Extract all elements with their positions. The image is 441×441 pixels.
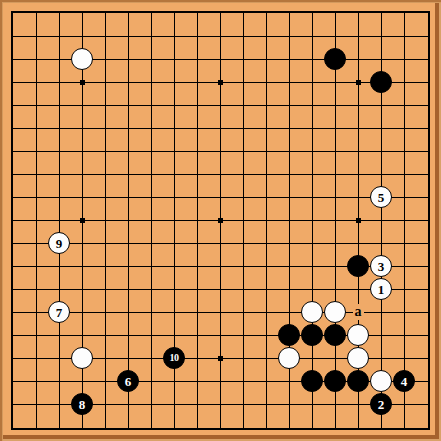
intersection <box>209 255 232 278</box>
intersection <box>140 370 163 393</box>
intersection <box>324 278 347 301</box>
stone-black <box>301 324 323 346</box>
intersection <box>347 278 370 301</box>
intersection <box>117 209 140 232</box>
intersection <box>278 2 301 25</box>
intersection <box>25 393 48 416</box>
intersection <box>301 278 324 301</box>
intersection <box>370 370 393 393</box>
intersection <box>255 370 278 393</box>
intersection <box>347 186 370 209</box>
move-number: 4 <box>401 375 408 388</box>
intersection <box>209 163 232 186</box>
intersection: 10 <box>163 347 186 370</box>
intersection <box>347 117 370 140</box>
intersection <box>140 117 163 140</box>
intersection <box>324 25 347 48</box>
intersection <box>255 25 278 48</box>
intersection <box>301 370 324 393</box>
intersection <box>324 393 347 416</box>
intersection <box>48 25 71 48</box>
intersection <box>117 416 140 439</box>
intersection <box>393 393 416 416</box>
intersection <box>416 370 439 393</box>
intersection <box>186 140 209 163</box>
intersection <box>94 163 117 186</box>
intersection <box>186 301 209 324</box>
intersection <box>416 255 439 278</box>
intersection <box>232 416 255 439</box>
intersection <box>163 140 186 163</box>
intersection <box>232 232 255 255</box>
stone-white-move-9: 9 <box>48 232 70 254</box>
intersection <box>370 347 393 370</box>
intersection <box>140 71 163 94</box>
intersection <box>186 209 209 232</box>
intersection <box>186 370 209 393</box>
point-label-a: a <box>353 304 364 320</box>
intersection <box>232 278 255 301</box>
intersection <box>255 140 278 163</box>
intersection <box>278 186 301 209</box>
go-diagram: 59317a106482 <box>0 0 441 441</box>
intersection: 7 <box>48 301 71 324</box>
intersection <box>2 117 25 140</box>
intersection <box>94 2 117 25</box>
intersection <box>25 94 48 117</box>
intersection <box>209 301 232 324</box>
intersection <box>347 255 370 278</box>
intersection <box>117 301 140 324</box>
intersection <box>347 163 370 186</box>
intersection <box>71 25 94 48</box>
intersection <box>370 163 393 186</box>
intersection <box>370 71 393 94</box>
intersection <box>117 393 140 416</box>
intersection <box>255 117 278 140</box>
stone-white <box>347 324 369 346</box>
intersection <box>186 255 209 278</box>
intersection <box>209 278 232 301</box>
intersection <box>163 255 186 278</box>
intersection <box>232 347 255 370</box>
intersection <box>25 301 48 324</box>
intersection <box>117 163 140 186</box>
intersection <box>2 324 25 347</box>
intersection <box>25 347 48 370</box>
intersection <box>48 163 71 186</box>
intersection <box>71 117 94 140</box>
intersection <box>416 48 439 71</box>
intersection <box>416 416 439 439</box>
intersection <box>255 186 278 209</box>
intersection <box>255 255 278 278</box>
intersection <box>324 255 347 278</box>
intersection <box>324 416 347 439</box>
intersection <box>140 278 163 301</box>
intersection <box>278 393 301 416</box>
intersection <box>324 140 347 163</box>
intersection <box>48 71 71 94</box>
intersection <box>393 71 416 94</box>
intersection <box>278 416 301 439</box>
intersection <box>232 48 255 71</box>
intersection <box>232 255 255 278</box>
intersection <box>301 324 324 347</box>
intersection <box>25 140 48 163</box>
intersection <box>232 209 255 232</box>
intersection <box>301 209 324 232</box>
intersection <box>48 370 71 393</box>
intersection <box>186 117 209 140</box>
intersection <box>232 2 255 25</box>
intersection <box>278 94 301 117</box>
intersection <box>48 278 71 301</box>
intersection <box>2 278 25 301</box>
intersection <box>301 25 324 48</box>
intersection <box>416 232 439 255</box>
intersection <box>347 25 370 48</box>
intersection <box>278 301 301 324</box>
intersection <box>393 324 416 347</box>
intersection <box>48 393 71 416</box>
intersection <box>416 117 439 140</box>
intersection <box>186 163 209 186</box>
intersection <box>25 2 48 25</box>
intersection <box>25 71 48 94</box>
stone-white <box>71 48 93 70</box>
intersection <box>278 25 301 48</box>
move-number: 1 <box>378 283 385 296</box>
intersection <box>48 140 71 163</box>
intersection <box>2 163 25 186</box>
intersection <box>416 163 439 186</box>
stone-white <box>71 347 93 369</box>
intersection <box>25 25 48 48</box>
intersection <box>393 140 416 163</box>
intersection <box>255 278 278 301</box>
intersection <box>117 186 140 209</box>
intersection <box>255 232 278 255</box>
intersection <box>209 48 232 71</box>
intersection <box>255 416 278 439</box>
intersection <box>117 2 140 25</box>
intersection: 9 <box>48 232 71 255</box>
intersection <box>255 2 278 25</box>
intersection <box>301 186 324 209</box>
intersection <box>2 71 25 94</box>
intersection <box>25 232 48 255</box>
intersection: 1 <box>370 278 393 301</box>
stone-black <box>347 255 369 277</box>
intersection <box>140 416 163 439</box>
intersection <box>370 94 393 117</box>
intersection <box>232 140 255 163</box>
intersection <box>324 209 347 232</box>
stone-black <box>301 370 323 392</box>
intersection <box>2 186 25 209</box>
stone-black-move-6: 6 <box>117 370 139 392</box>
intersection <box>324 117 347 140</box>
intersection <box>278 163 301 186</box>
stone-black-move-2: 2 <box>370 393 392 415</box>
intersection <box>25 48 48 71</box>
intersection <box>232 94 255 117</box>
intersection <box>324 324 347 347</box>
intersection <box>2 370 25 393</box>
move-number: 8 <box>79 398 86 411</box>
intersection <box>416 347 439 370</box>
intersection <box>209 94 232 117</box>
intersection <box>278 278 301 301</box>
intersection <box>25 324 48 347</box>
intersection <box>370 117 393 140</box>
intersection <box>48 324 71 347</box>
intersection <box>255 94 278 117</box>
intersection <box>71 140 94 163</box>
intersection <box>301 393 324 416</box>
intersection <box>209 416 232 439</box>
intersection <box>25 117 48 140</box>
intersection <box>71 416 94 439</box>
intersection <box>209 232 232 255</box>
intersection <box>94 140 117 163</box>
stone-white <box>324 301 346 323</box>
intersection <box>48 209 71 232</box>
intersection <box>71 324 94 347</box>
intersection <box>232 186 255 209</box>
intersection <box>186 25 209 48</box>
intersection <box>278 71 301 94</box>
intersection <box>94 117 117 140</box>
intersection <box>117 347 140 370</box>
intersection <box>255 324 278 347</box>
intersection <box>393 2 416 25</box>
intersection <box>163 94 186 117</box>
intersection <box>2 140 25 163</box>
intersection <box>94 71 117 94</box>
intersection <box>255 163 278 186</box>
intersection <box>370 209 393 232</box>
intersection <box>117 255 140 278</box>
intersection <box>25 278 48 301</box>
intersection <box>94 186 117 209</box>
intersection <box>163 186 186 209</box>
intersection <box>186 186 209 209</box>
intersection <box>2 255 25 278</box>
intersection <box>393 278 416 301</box>
intersection <box>186 278 209 301</box>
intersection <box>416 301 439 324</box>
intersection <box>324 347 347 370</box>
intersection <box>140 48 163 71</box>
intersection <box>117 94 140 117</box>
intersection <box>163 370 186 393</box>
intersection <box>25 416 48 439</box>
intersection <box>324 186 347 209</box>
intersection <box>48 94 71 117</box>
intersection <box>255 209 278 232</box>
intersection <box>71 301 94 324</box>
intersection <box>94 25 117 48</box>
intersection <box>2 416 25 439</box>
intersection <box>347 232 370 255</box>
intersection <box>232 25 255 48</box>
intersection <box>301 301 324 324</box>
intersection <box>94 347 117 370</box>
intersection <box>186 48 209 71</box>
intersection <box>71 278 94 301</box>
intersection: 4 <box>393 370 416 393</box>
go-board: 59317a106482 <box>0 0 441 441</box>
intersection <box>71 186 94 209</box>
intersection <box>232 324 255 347</box>
intersection <box>324 2 347 25</box>
intersection <box>2 301 25 324</box>
intersection <box>117 278 140 301</box>
intersection <box>163 163 186 186</box>
intersection <box>324 94 347 117</box>
intersection <box>71 48 94 71</box>
intersection <box>347 393 370 416</box>
intersection: 6 <box>117 370 140 393</box>
intersection <box>94 255 117 278</box>
intersection <box>324 232 347 255</box>
intersection <box>393 186 416 209</box>
intersection <box>301 140 324 163</box>
intersection <box>94 370 117 393</box>
intersection <box>232 117 255 140</box>
intersection <box>48 2 71 25</box>
stone-black <box>278 324 300 346</box>
intersection <box>301 232 324 255</box>
stone-black <box>370 71 392 93</box>
intersection <box>25 186 48 209</box>
intersection <box>324 301 347 324</box>
intersection <box>71 347 94 370</box>
intersection: 3 <box>370 255 393 278</box>
stone-white-move-7: 7 <box>48 301 70 323</box>
intersection <box>71 209 94 232</box>
intersection <box>324 370 347 393</box>
intersection <box>163 393 186 416</box>
intersection <box>209 71 232 94</box>
intersection <box>163 416 186 439</box>
stone-white-move-5: 5 <box>370 186 392 208</box>
intersection <box>2 25 25 48</box>
intersection <box>140 255 163 278</box>
intersection <box>347 209 370 232</box>
intersection <box>2 48 25 71</box>
move-number: 7 <box>56 306 63 319</box>
intersection <box>370 140 393 163</box>
intersection <box>140 393 163 416</box>
intersection <box>140 209 163 232</box>
intersection <box>186 232 209 255</box>
intersection <box>71 370 94 393</box>
intersection <box>25 163 48 186</box>
intersection <box>301 2 324 25</box>
intersection <box>347 370 370 393</box>
intersection <box>25 209 48 232</box>
intersection <box>232 301 255 324</box>
intersection <box>94 393 117 416</box>
intersection <box>301 255 324 278</box>
stone-white <box>301 301 323 323</box>
intersection <box>301 117 324 140</box>
intersection <box>209 347 232 370</box>
intersection <box>232 370 255 393</box>
intersection <box>140 232 163 255</box>
intersection <box>71 163 94 186</box>
intersection <box>301 163 324 186</box>
intersection <box>255 48 278 71</box>
intersection <box>347 2 370 25</box>
intersection <box>94 209 117 232</box>
intersection <box>416 393 439 416</box>
stone-black-move-8: 8 <box>71 393 93 415</box>
move-number: 6 <box>125 375 132 388</box>
intersection <box>301 416 324 439</box>
intersection <box>140 324 163 347</box>
intersection <box>278 117 301 140</box>
intersection <box>186 71 209 94</box>
intersection <box>347 94 370 117</box>
intersection <box>2 393 25 416</box>
intersection <box>94 94 117 117</box>
intersection <box>347 347 370 370</box>
stone-black-move-4: 4 <box>393 370 415 392</box>
intersection <box>140 2 163 25</box>
intersection <box>163 71 186 94</box>
intersection <box>370 416 393 439</box>
intersection <box>324 48 347 71</box>
intersection <box>324 163 347 186</box>
intersection <box>94 301 117 324</box>
intersection <box>163 2 186 25</box>
intersection: a <box>347 301 370 324</box>
intersection: 8 <box>71 393 94 416</box>
intersection <box>71 255 94 278</box>
intersection <box>186 94 209 117</box>
intersection <box>48 255 71 278</box>
intersection <box>71 232 94 255</box>
intersection <box>71 71 94 94</box>
intersection <box>186 416 209 439</box>
intersection <box>117 71 140 94</box>
intersection <box>209 140 232 163</box>
intersection <box>393 232 416 255</box>
intersection <box>347 140 370 163</box>
intersection <box>232 71 255 94</box>
intersection <box>416 186 439 209</box>
intersection <box>301 347 324 370</box>
intersection <box>94 232 117 255</box>
intersection <box>140 301 163 324</box>
intersection <box>94 416 117 439</box>
intersection <box>347 416 370 439</box>
intersection <box>140 25 163 48</box>
intersection <box>163 25 186 48</box>
intersection <box>393 48 416 71</box>
intersection <box>278 48 301 71</box>
intersection <box>278 209 301 232</box>
intersection <box>94 278 117 301</box>
intersection <box>255 393 278 416</box>
intersection <box>163 324 186 347</box>
intersection <box>370 48 393 71</box>
intersection <box>2 2 25 25</box>
